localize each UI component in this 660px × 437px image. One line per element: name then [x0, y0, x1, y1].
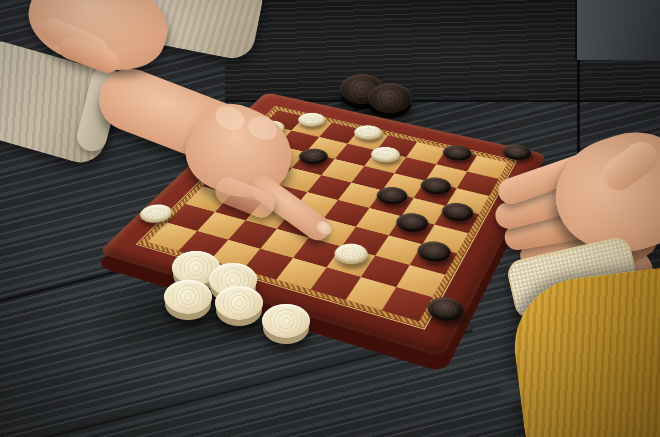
light-wood-corner	[575, 0, 660, 60]
offboard-white-disc[interactable]	[262, 304, 310, 338]
offboard-dark-disc[interactable]	[368, 83, 412, 113]
offboard-white-disc[interactable]	[215, 286, 263, 320]
photo-scene	[0, 0, 660, 437]
knuckle	[212, 102, 248, 134]
offboard-white-disc[interactable]	[164, 280, 212, 314]
